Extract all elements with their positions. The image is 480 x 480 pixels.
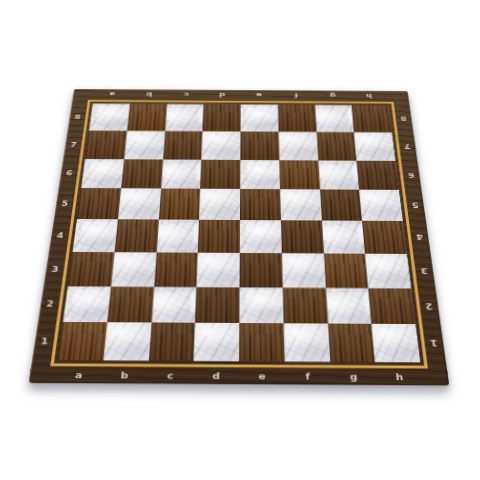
square-h3 [365, 253, 411, 288]
board-scene: abcdefgh abcdefgh 87654321 87654321 [53, 33, 427, 407]
square-c1 [148, 323, 195, 362]
square-b1 [103, 322, 151, 361]
file-top-label-d: d [204, 90, 241, 101]
file-top-label-g: g [314, 90, 352, 101]
square-h5 [359, 190, 403, 221]
chessboard: abcdefgh abcdefgh 87654321 87654321 [29, 89, 450, 386]
square-a6 [81, 159, 124, 189]
square-c6 [161, 159, 202, 189]
square-h1 [372, 324, 421, 363]
square-g3 [323, 253, 368, 288]
square-e6 [240, 159, 280, 189]
file-top-label-c: c [167, 89, 204, 100]
file-top-label-h: h [350, 91, 388, 102]
square-f2 [283, 287, 328, 324]
square-e1 [239, 323, 284, 362]
square-h7 [354, 132, 395, 160]
square-c5 [159, 188, 201, 219]
file-top-label-f: f [277, 90, 314, 101]
square-b5 [118, 188, 161, 219]
square-h2 [368, 288, 415, 325]
square-d3 [197, 252, 240, 287]
rank-right-label-6: 6 [401, 160, 421, 190]
square-a8 [89, 104, 130, 131]
square-b7 [124, 131, 165, 159]
square-f7 [278, 132, 318, 160]
file-top-label-a: a [93, 89, 131, 100]
playing-field [58, 104, 421, 363]
square-d5 [199, 189, 240, 220]
square-c4 [156, 220, 199, 253]
square-a3 [68, 252, 114, 287]
square-d4 [198, 220, 240, 253]
square-e3 [240, 253, 283, 288]
square-h8 [352, 105, 392, 132]
square-d8 [203, 104, 241, 131]
square-e4 [240, 220, 282, 253]
square-b6 [121, 159, 163, 189]
square-d7 [202, 131, 241, 159]
square-c3 [154, 252, 198, 287]
square-g5 [320, 189, 363, 220]
square-g7 [316, 132, 356, 160]
square-a4 [73, 219, 118, 252]
square-f8 [278, 105, 317, 132]
square-g8 [315, 105, 354, 132]
square-g4 [321, 220, 365, 253]
square-g1 [328, 324, 376, 363]
square-c8 [165, 104, 204, 131]
square-f6 [279, 160, 320, 190]
square-b8 [127, 104, 167, 131]
square-e8 [241, 105, 279, 132]
square-g6 [318, 160, 359, 190]
square-c7 [163, 131, 203, 159]
square-d6 [200, 159, 240, 189]
square-e7 [240, 131, 279, 159]
square-f1 [283, 324, 329, 363]
square-h6 [357, 160, 399, 190]
square-g2 [325, 288, 371, 325]
file-top-label-e: e [241, 90, 278, 101]
square-f4 [281, 220, 324, 253]
square-b3 [111, 252, 156, 287]
board-side-edge [30, 369, 449, 379]
square-f5 [280, 189, 322, 220]
square-a7 [85, 130, 127, 158]
square-a5 [77, 188, 121, 219]
square-a1 [58, 322, 107, 361]
square-h4 [362, 221, 407, 254]
square-f3 [282, 253, 326, 288]
square-e5 [240, 189, 281, 220]
square-b4 [114, 219, 158, 252]
file-top-label-b: b [130, 89, 168, 100]
photo-background: abcdefgh abcdefgh 87654321 87654321 [0, 0, 480, 480]
square-d1 [194, 323, 240, 362]
